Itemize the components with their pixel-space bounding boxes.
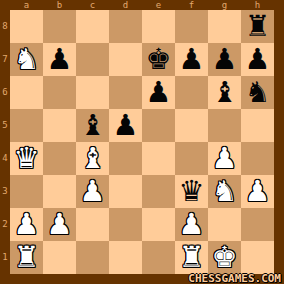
rank-label-6: 6 [0, 76, 10, 109]
square-g8[interactable] [208, 10, 241, 43]
square-c3[interactable]: ♟ [76, 175, 109, 208]
square-c2[interactable] [76, 208, 109, 241]
file-label-g: g [208, 0, 241, 10]
piece-white-pawn: ♟ [241, 175, 274, 208]
piece-white-rook: ♜ [175, 241, 208, 274]
file-label-c: c [76, 0, 109, 10]
square-h4[interactable] [241, 142, 274, 175]
piece-white-knight: ♞ [10, 43, 43, 76]
square-c5[interactable]: ♝ [76, 109, 109, 142]
square-h7[interactable]: ♟ [241, 43, 274, 76]
square-b8[interactable] [43, 10, 76, 43]
square-g1[interactable]: ♚ [208, 241, 241, 274]
piece-black-bishop: ♝ [76, 109, 109, 142]
piece-white-pawn: ♟ [43, 208, 76, 241]
square-c4[interactable]: ♝ [76, 142, 109, 175]
square-f4[interactable] [175, 142, 208, 175]
piece-black-knight: ♞ [241, 76, 274, 109]
square-a7[interactable]: ♞ [10, 43, 43, 76]
square-b6[interactable] [43, 76, 76, 109]
piece-white-queen: ♛ [10, 142, 43, 175]
square-e5[interactable] [142, 109, 175, 142]
chessgames-watermark[interactable]: CHESSGAMES.COM [188, 273, 281, 284]
file-label-a: a [10, 0, 43, 10]
piece-black-pawn: ♟ [175, 43, 208, 76]
square-d7[interactable] [109, 43, 142, 76]
square-a4[interactable]: ♛ [10, 142, 43, 175]
piece-black-king: ♚ [142, 43, 175, 76]
piece-black-bishop: ♝ [208, 76, 241, 109]
file-label-d: d [109, 0, 142, 10]
square-d8[interactable] [109, 10, 142, 43]
square-f6[interactable] [175, 76, 208, 109]
piece-black-pawn: ♟ [142, 76, 175, 109]
rank-labels: 87654321 [0, 10, 10, 274]
rank-label-8: 8 [0, 10, 10, 43]
rank-label-4: 4 [0, 142, 10, 175]
square-a1[interactable]: ♜ [10, 241, 43, 274]
piece-white-pawn: ♟ [10, 208, 43, 241]
file-label-f: f [175, 0, 208, 10]
square-g3[interactable]: ♞ [208, 175, 241, 208]
square-b2[interactable]: ♟ [43, 208, 76, 241]
rank-label-2: 2 [0, 208, 10, 241]
square-b5[interactable] [43, 109, 76, 142]
square-d2[interactable] [109, 208, 142, 241]
square-e6[interactable]: ♟ [142, 76, 175, 109]
piece-white-bishop: ♝ [76, 142, 109, 175]
square-h6[interactable]: ♞ [241, 76, 274, 109]
square-d5[interactable]: ♟ [109, 109, 142, 142]
file-label-e: e [142, 0, 175, 10]
square-h1[interactable] [241, 241, 274, 274]
square-b1[interactable] [43, 241, 76, 274]
square-a6[interactable] [10, 76, 43, 109]
square-f1[interactable]: ♜ [175, 241, 208, 274]
piece-black-queen: ♛ [175, 175, 208, 208]
square-f3[interactable]: ♛ [175, 175, 208, 208]
rank-label-3: 3 [0, 175, 10, 208]
square-g2[interactable] [208, 208, 241, 241]
chess-board: ♜♞♟♚♟♟♟♟♝♞♝♟♛♝♟♟♛♞♟♟♟♟♜♜♚ [10, 10, 274, 274]
piece-black-pawn: ♟ [241, 43, 274, 76]
square-d4[interactable] [109, 142, 142, 175]
square-b7[interactable]: ♟ [43, 43, 76, 76]
piece-white-pawn: ♟ [76, 175, 109, 208]
square-a2[interactable]: ♟ [10, 208, 43, 241]
square-e4[interactable] [142, 142, 175, 175]
file-label-b: b [43, 0, 76, 10]
square-g6[interactable]: ♝ [208, 76, 241, 109]
square-h5[interactable] [241, 109, 274, 142]
square-c6[interactable] [76, 76, 109, 109]
rank-label-1: 1 [0, 241, 10, 274]
square-h2[interactable] [241, 208, 274, 241]
square-e7[interactable]: ♚ [142, 43, 175, 76]
piece-black-pawn: ♟ [109, 109, 142, 142]
square-d3[interactable] [109, 175, 142, 208]
piece-white-knight: ♞ [208, 175, 241, 208]
square-g4[interactable]: ♟ [208, 142, 241, 175]
square-f2[interactable]: ♟ [175, 208, 208, 241]
square-c1[interactable] [76, 241, 109, 274]
file-labels: abcdefgh [10, 0, 274, 10]
piece-black-rook: ♜ [241, 10, 274, 43]
square-a8[interactable] [10, 10, 43, 43]
square-h3[interactable]: ♟ [241, 175, 274, 208]
square-b4[interactable] [43, 142, 76, 175]
square-e8[interactable] [142, 10, 175, 43]
square-d1[interactable] [109, 241, 142, 274]
rank-label-5: 5 [0, 109, 10, 142]
rank-label-7: 7 [0, 43, 10, 76]
square-d6[interactable] [109, 76, 142, 109]
piece-white-king: ♚ [208, 241, 241, 274]
square-c7[interactable] [76, 43, 109, 76]
piece-white-pawn: ♟ [175, 208, 208, 241]
square-f8[interactable] [175, 10, 208, 43]
piece-black-pawn: ♟ [208, 43, 241, 76]
piece-black-pawn: ♟ [43, 43, 76, 76]
square-f7[interactable]: ♟ [175, 43, 208, 76]
square-a5[interactable] [10, 109, 43, 142]
square-a3[interactable] [10, 175, 43, 208]
square-h8[interactable]: ♜ [241, 10, 274, 43]
piece-white-pawn: ♟ [208, 142, 241, 175]
square-e2[interactable] [142, 208, 175, 241]
square-e1[interactable] [142, 241, 175, 274]
square-c8[interactable] [76, 10, 109, 43]
square-e3[interactable] [142, 175, 175, 208]
piece-white-rook: ♜ [10, 241, 43, 274]
square-g5[interactable] [208, 109, 241, 142]
square-b3[interactable] [43, 175, 76, 208]
chess-board-frame: abcdefgh 87654321 ♜♞♟♚♟♟♟♟♝♞♝♟♛♝♟♟♛♞♟♟♟♟… [0, 0, 284, 284]
square-f5[interactable] [175, 109, 208, 142]
square-g7[interactable]: ♟ [208, 43, 241, 76]
